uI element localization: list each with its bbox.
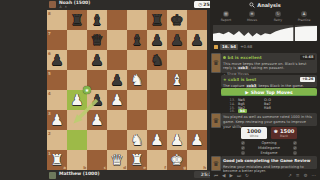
rank-label-8: 8 — [48, 11, 51, 16]
best-eval-chip: +0.26 — [300, 77, 315, 82]
rank-label-1: 1 — [48, 151, 51, 156]
rank-label-7: 7 — [48, 31, 51, 36]
black-bishop-e7: ♝ — [127, 30, 147, 50]
phase-performance-list: ✓Opening✓✓Middlegame✓–Endgame– — [221, 140, 317, 155]
square-h5[interactable] — [187, 70, 207, 90]
black-pawn-a6: ♟ — [47, 50, 67, 70]
move-feedback-card: b4 is excellent +0.68 This move keeps th… — [221, 53, 317, 73]
square-h4[interactable] — [187, 90, 207, 110]
square-f7[interactable]: ♟ — [147, 30, 167, 50]
game-rating-cards: 1000 White ♚ 1500 Black — [221, 127, 317, 139]
white-pawn-h2: ♟ — [187, 130, 207, 150]
square-d5[interactable]: ♟ — [107, 70, 127, 90]
black-move[interactable]: Rb8 — [264, 106, 290, 110]
square-d6[interactable] — [107, 50, 127, 70]
closing-headline: Good job completing the Game Review — [223, 158, 315, 163]
square-h1[interactable]: h — [187, 150, 207, 170]
retry-icon: ↻ — [275, 11, 281, 17]
white-rook-e1: ♜ — [127, 150, 147, 170]
rank-label-2: 2 — [48, 131, 51, 136]
square-a4[interactable]: 4 — [47, 90, 67, 110]
rank-label-4: 4 — [48, 91, 51, 96]
square-h2[interactable]: ♟ — [187, 130, 207, 150]
white-pawn-g2: ♟ — [167, 130, 187, 150]
square-e8[interactable] — [127, 10, 147, 30]
black-pawn-d5: ♟ — [107, 70, 127, 90]
black-pawn-h7: ♟ — [187, 30, 207, 50]
square-a3[interactable]: 3♟ — [47, 110, 67, 130]
square-g5[interactable]: ♝ — [167, 70, 187, 90]
square-g4[interactable] — [167, 90, 187, 110]
practice-icon: ♟ — [301, 11, 307, 17]
forward-button[interactable]: ▶ — [230, 172, 233, 180]
square-c8[interactable]: ♝ — [87, 10, 107, 30]
white-game-rating[interactable]: 1000 White — [241, 127, 267, 139]
file-label-g: g — [183, 165, 186, 170]
panel-title: Analysis — [257, 2, 280, 8]
tab-practice[interactable]: ♟Practice — [291, 11, 317, 24]
white-bishop-g5: ♝ — [167, 70, 187, 90]
moves-icon: ≡ — [249, 11, 255, 17]
square-c6[interactable]: ♟ — [87, 50, 107, 70]
top-player-captured-pieces: ♙ ♗ — [59, 5, 68, 9]
black-bishop-c8: ♝ — [87, 10, 107, 30]
square-f2[interactable]: ♟ — [147, 130, 167, 150]
playback-controls: ⏮◀▶⏭↻ ↗≡⚙⋯ — [210, 172, 320, 180]
square-a2[interactable]: 2 — [47, 130, 67, 150]
white-knight-e2: ♞ — [127, 130, 147, 150]
back-button[interactable]: ◀ — [222, 172, 225, 180]
square-c1[interactable]: c — [87, 150, 107, 170]
settings-button[interactable]: ⚙ — [303, 172, 307, 180]
file-label-e: e — [143, 165, 146, 170]
square-b3[interactable] — [67, 110, 87, 130]
rank-label-5: 5 — [48, 71, 51, 76]
tab-moves[interactable]: ≡Moves — [239, 11, 265, 24]
square-e7[interactable]: ♝ — [127, 30, 147, 50]
black-queen-c7: ♛ — [87, 30, 107, 50]
bottom-player-avatar[interactable] — [49, 172, 56, 179]
file-label-b: b — [83, 165, 86, 170]
square-f1[interactable]: f — [147, 150, 167, 170]
square-c3[interactable]: ♟ — [87, 110, 107, 130]
white-pawn-a3: ♟ — [47, 110, 67, 130]
file-label-d: d — [123, 165, 126, 170]
square-d7[interactable] — [107, 30, 127, 50]
white-queen-d1: ♛ — [107, 150, 127, 170]
square-f3[interactable] — [147, 110, 167, 130]
square-a7[interactable]: 7 — [47, 30, 67, 50]
move-chip[interactable]: cxb3 — [237, 66, 249, 70]
panel-header: Analysis — [210, 1, 320, 9]
expand-button[interactable]: ⋯ — [312, 172, 317, 180]
file-label-f: f — [164, 165, 166, 170]
white-knight-e5: ♞ — [127, 70, 147, 90]
closing-card: Good job completing the Game Review Revi… — [221, 156, 317, 169]
black-pawn-g7: ♟ — [167, 30, 187, 50]
tab-report[interactable]: ▦Report — [213, 11, 239, 24]
best-move-headline: cxb3 is best — [228, 77, 256, 82]
black-rook-b8: ♜ — [67, 10, 87, 30]
square-a6[interactable]: 6♟ — [47, 50, 67, 70]
share-button[interactable]: ↗ — [288, 172, 292, 180]
best-move-card: ★ cxb3 is best +0.26 The capture cxb3 ke… — [221, 75, 317, 87]
play-icon: ▶ — [245, 90, 248, 95]
square-g1[interactable]: g♚ — [167, 150, 187, 170]
square-d1[interactable]: d♛ — [107, 150, 127, 170]
black-king-g8: ♚ — [167, 10, 187, 30]
report-icon: ▦ — [223, 11, 229, 17]
black-pawn-c4: ♟ — [87, 90, 107, 110]
current-eval: +0.68 — [240, 44, 252, 49]
go-end-button[interactable]: ⏭ — [237, 172, 241, 180]
square-h8[interactable] — [187, 10, 207, 30]
black-king-icon: ♚ — [274, 128, 279, 134]
coach-avatar: ♛ — [211, 156, 221, 171]
square-b1[interactable]: b — [67, 150, 87, 170]
square-h7[interactable]: ♟ — [187, 30, 207, 50]
clock-icon: ◷ — [198, 2, 202, 7]
square-c7[interactable]: ♛ — [87, 30, 107, 50]
move-list-table: 13.Ne5O-O14.Bg5Be715.Ne2Rb816.b4 — [221, 98, 317, 113]
rating-summary-card: You played as well as someone rated 1000… — [221, 113, 317, 126]
square-c2[interactable] — [87, 130, 107, 150]
white-pawn-c3: ♟ — [87, 110, 107, 130]
square-e5[interactable]: ♞ — [127, 70, 147, 90]
square-g2[interactable]: ♟ — [167, 130, 187, 150]
square-c4[interactable]: ♟ — [87, 90, 107, 110]
black-game-rating[interactable]: ♚ 1500 Black — [271, 127, 297, 139]
square-g6[interactable] — [167, 50, 187, 70]
black-phase-icon: – — [293, 151, 297, 155]
black-phase-icon: ✓ — [293, 141, 297, 145]
black-pawn-f7: ♟ — [147, 30, 167, 50]
square-b6[interactable] — [67, 50, 87, 70]
square-g8[interactable]: ♚ — [167, 10, 187, 30]
phase-row-endgame: –Endgame– — [221, 150, 317, 155]
square-e4[interactable] — [127, 90, 147, 110]
eval-chip: +0.68 — [300, 55, 315, 60]
move-classification-badge: ★ — [83, 86, 91, 94]
move-chip[interactable]: cxb3 — [246, 84, 258, 88]
evaluation-graph[interactable] — [213, 25, 317, 41]
excellent-move-icon — [223, 56, 226, 59]
panel-tabs: ▦Report≡Moves↻Retry♟Practice — [213, 11, 317, 24]
best-move-star-icon: ★ — [223, 77, 227, 82]
white-pawn-f2: ♟ — [147, 130, 167, 150]
square-f6[interactable]: ♞ — [147, 50, 167, 70]
opening-book-icon — [214, 45, 218, 49]
square-d8[interactable] — [107, 10, 127, 30]
square-e6[interactable] — [127, 50, 147, 70]
rank-label-3: 3 — [48, 111, 51, 116]
file-label-a: a — [63, 165, 66, 170]
square-b7[interactable] — [67, 30, 87, 50]
square-g7[interactable]: ♟ — [167, 30, 187, 50]
square-e1[interactable]: e♜ — [127, 150, 147, 170]
black-pawn-c6: ♟ — [87, 50, 107, 70]
square-d3[interactable] — [107, 110, 127, 130]
coach-avatar: ♛ — [211, 53, 221, 73]
magnifier-icon — [249, 2, 255, 8]
top-player-avatar[interactable] — [49, 1, 56, 8]
coach-avatar: ♛ — [211, 113, 221, 128]
square-f4[interactable] — [147, 90, 167, 110]
square-e3[interactable] — [127, 110, 147, 130]
square-f8[interactable]: ♜ — [147, 10, 167, 30]
bottom-player-bar: Matthew (1000) — [47, 171, 207, 180]
analysis-panel: Analysis ▦Report≡Moves↻Retry♟Practice 16… — [210, 0, 320, 180]
menu-button[interactable]: ≡ — [296, 172, 300, 180]
square-e2[interactable]: ♞ — [127, 130, 147, 150]
file-label-h: h — [203, 165, 206, 170]
white-rook-a1: ♜ — [47, 150, 67, 170]
white-pawn-d4: ♟ — [107, 90, 127, 110]
tab-retry[interactable]: ↻Retry — [265, 11, 291, 24]
square-f5[interactable] — [147, 70, 167, 90]
chess-board[interactable]: 8♜♝♜♚7♛♝♟♟♟6♟♟♞5♟♞♝4♟♟♟3♟♟2♞♟♟♟1a♜bcd♛e♜… — [47, 10, 207, 170]
square-a8[interactable]: 8 — [47, 10, 67, 30]
square-a1[interactable]: 1a♜ — [47, 150, 67, 170]
go-start-button[interactable]: ⏮ — [214, 172, 218, 180]
square-g3[interactable] — [167, 110, 187, 130]
current-move-chip[interactable]: 16. b4 — [220, 44, 238, 50]
square-d2[interactable] — [107, 130, 127, 150]
show-top-moves-button[interactable]: ▶ Show Top Moves — [221, 88, 317, 96]
square-b8[interactable]: ♜ — [67, 10, 87, 30]
rank-label-6: 6 — [48, 51, 51, 56]
white-king-g1: ♚ — [167, 150, 187, 170]
square-a5[interactable]: 5 — [47, 70, 67, 90]
black-knight-f6: ♞ — [147, 50, 167, 70]
square-b2[interactable] — [67, 130, 87, 150]
bottom-player-name: Matthew (1000) — [59, 171, 99, 176]
current-move-strip: 16. b4 +0.68 — [213, 43, 317, 50]
feedback-body: This move keeps the pressure on. Black's… — [223, 62, 315, 72]
file-label-c: c — [104, 165, 106, 170]
black-phase-icon: ✓ — [293, 146, 297, 150]
square-h3[interactable] — [187, 110, 207, 130]
flip-board-button[interactable]: ↻ — [245, 172, 249, 180]
square-d4[interactable]: ♟ — [107, 90, 127, 110]
feedback-headline: b4 is excellent — [228, 55, 262, 60]
black-rook-f8: ♜ — [147, 10, 167, 30]
square-h6[interactable] — [187, 50, 207, 70]
top-player-bar: Noah (1500) ♙ ♗ — [47, 0, 207, 9]
